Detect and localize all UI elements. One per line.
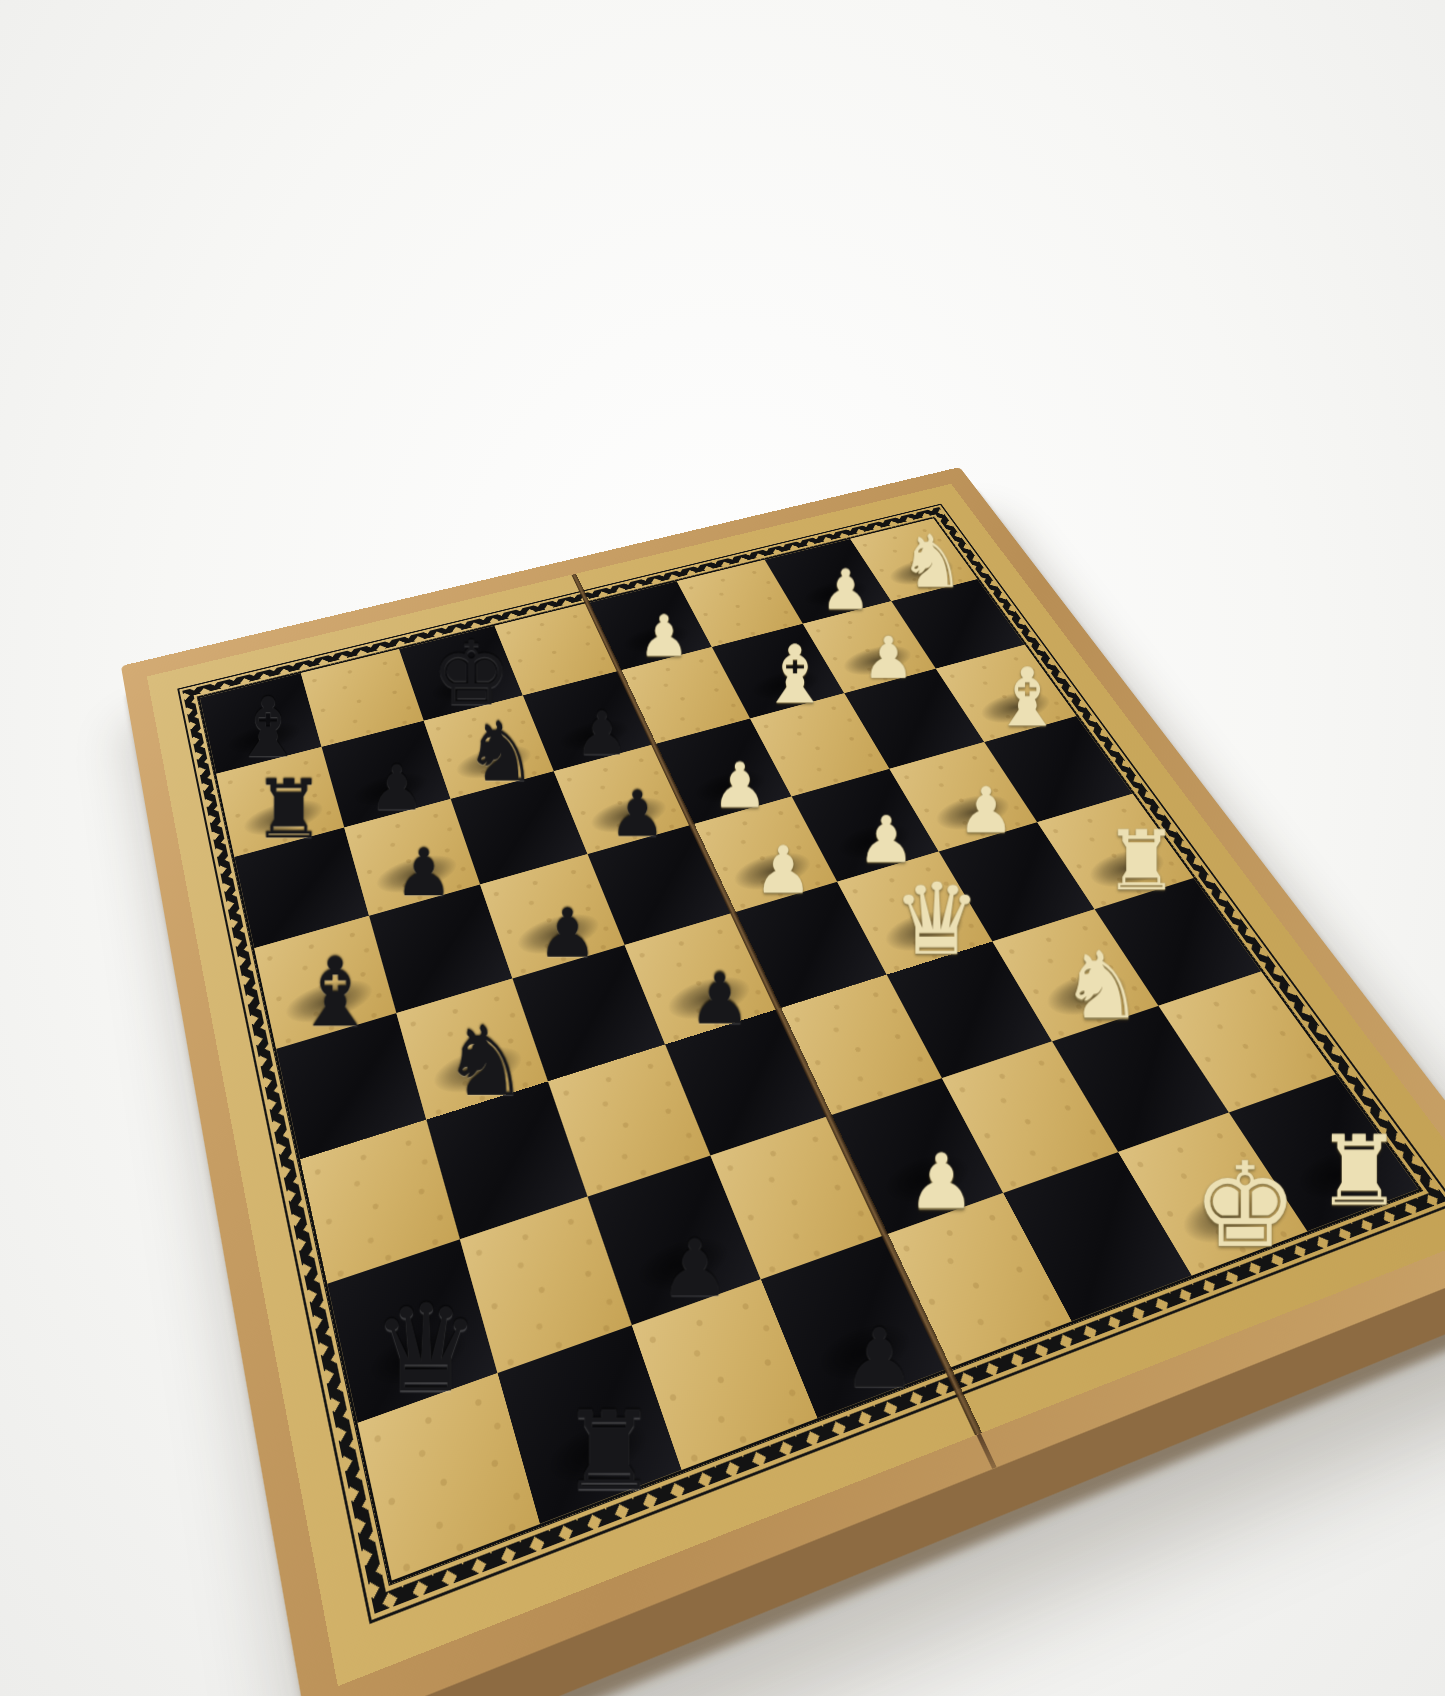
piece-reflection [1173, 1181, 1281, 1254]
piece-reflection [1081, 842, 1172, 894]
white-queen-glyph: ♛ [893, 874, 982, 965]
frame-hinge-crack [976, 1433, 997, 1469]
piece-reflection [629, 1227, 737, 1303]
piece-reflection [1286, 1140, 1393, 1210]
piece-reflection [808, 1312, 921, 1394]
square-h8[interactable]: ♝ [200, 673, 322, 774]
black-rook-glyph: ♜ [560, 1402, 658, 1502]
white-pawn-glyph: ♟ [754, 841, 813, 901]
piece-reflection [875, 1144, 980, 1214]
piece-reflection [878, 903, 971, 958]
board-face: ♝♚♟♟♞♜♟♞♟♝♟♟♟♟♝♝♟♟♟♟♞♟♛♜♞♛♟♟♜♟♚♜ [147, 484, 1445, 1686]
black-bishop-h8: ♝ [200, 673, 322, 774]
white-rook-glyph: ♜ [1316, 1127, 1403, 1216]
piece-reflection [884, 554, 960, 591]
piece-reflection [687, 763, 772, 810]
piece-reflection [746, 664, 827, 706]
black-queen-glyph: ♛ [372, 1293, 481, 1404]
wooden-board-frame: ♝♚♟♟♞♜♟♞♟♝♟♟♟♟♝♝♟♟♟♟♞♟♛♜♞♛♟♟♜♟♚♜ [121, 467, 1445, 1696]
black-pawn-glyph: ♟ [843, 1322, 917, 1398]
photo-background: { "meta": { "description": "Overhead pho… [0, 0, 1445, 1696]
piece-reflection [1039, 965, 1136, 1024]
black-pawn-glyph: ♟ [394, 844, 453, 904]
piece-reflection [929, 788, 1017, 837]
piece-reflection [363, 1316, 474, 1398]
black-pawn-glyph: ♟ [537, 904, 598, 966]
piece-reflection [586, 791, 672, 840]
piece-reflection [661, 968, 756, 1027]
piece-reflection [512, 906, 604, 961]
piece-reflection [241, 793, 326, 842]
piece-reflection [539, 1408, 655, 1497]
black-bishop-glyph: ♝ [292, 949, 377, 1037]
black-pawn-glyph: ♟ [369, 760, 425, 817]
piece-reflection [838, 640, 918, 681]
piece-reflection [282, 972, 376, 1031]
piece-reflection [830, 816, 919, 866]
chess-board-grid: ♝♚♟♟♞♜♟♞♟♝♟♟♟♟♝♝♟♟♟♟♞♟♛♜♞♛♟♟♜♟♚♜ [200, 518, 1419, 1580]
piece-reflection [797, 575, 874, 613]
square-d4[interactable] [733, 881, 888, 1009]
piece-reflection [974, 686, 1057, 729]
piece-reflection [429, 1038, 527, 1101]
square-a4[interactable] [884, 1193, 1072, 1369]
white-pawn-glyph: ♟ [858, 811, 916, 870]
photo-scene: ♝♚♟♟♞♜♟♞♟♝♟♟♟♟♝♝♟♟♟♟♞♟♛♜♞♛♟♟♜♟♚♜ [100, 140, 1370, 1540]
white-pawn-glyph: ♟ [639, 611, 690, 664]
black-pawn-glyph: ♟ [575, 706, 629, 762]
piece-reflection [728, 845, 818, 897]
